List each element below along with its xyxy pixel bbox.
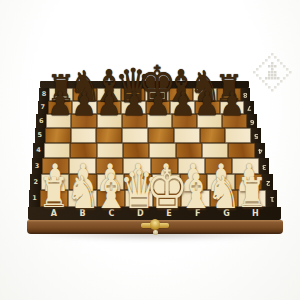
file-label-text: E xyxy=(166,210,171,218)
rank-label-text: 5 xyxy=(254,132,259,139)
square-h4 xyxy=(228,143,254,158)
board-rank-row-4: 44 xyxy=(33,143,265,158)
square-c4 xyxy=(97,143,123,158)
board-rank-row-5: 55 xyxy=(35,128,262,143)
square-c7: ♟ xyxy=(97,101,122,114)
square-c1: ♝ xyxy=(97,190,125,207)
file-label-text: A xyxy=(51,210,57,218)
rank-label-left-5: 5 xyxy=(35,128,45,143)
square-c6 xyxy=(97,114,122,128)
square-b7: ♟ xyxy=(72,101,97,114)
rank-label-text: 2 xyxy=(266,179,271,186)
square-h2: ♟ xyxy=(235,174,263,190)
file-label-text: D xyxy=(137,210,144,218)
rank-label-text: 6 xyxy=(39,118,44,125)
square-f1: ♝ xyxy=(181,190,209,207)
rank-label-right-3: 3 xyxy=(259,158,270,174)
square-a6 xyxy=(46,114,71,128)
square-b8: ♞ xyxy=(73,88,97,101)
square-e4 xyxy=(149,143,175,158)
square-g1: ♞ xyxy=(210,190,238,207)
square-a8: ♜ xyxy=(49,88,73,101)
square-g3 xyxy=(205,158,232,174)
rank-label-text: 1 xyxy=(32,195,37,202)
square-g5 xyxy=(200,128,226,143)
rank-label-text: 4 xyxy=(258,147,263,154)
square-h1: ♜ xyxy=(238,190,266,207)
board-rank-row-7: 7♟♟♟♟♟♟♟♟7 xyxy=(38,101,254,114)
square-f6 xyxy=(172,114,197,128)
rank-label-left-7: 7 xyxy=(38,101,48,114)
rank-label-text: 7 xyxy=(40,104,45,111)
rank-label-text: 1 xyxy=(270,195,275,202)
square-a1: ♜ xyxy=(40,190,68,207)
square-a3 xyxy=(42,158,69,174)
rank-label-text: 2 xyxy=(34,179,39,186)
square-h6 xyxy=(222,114,247,128)
square-h8: ♜ xyxy=(217,88,241,101)
square-c2: ♟ xyxy=(97,174,125,190)
square-c3 xyxy=(96,158,123,174)
square-a7: ♟ xyxy=(48,101,73,114)
rank-label-right-2: 2 xyxy=(262,174,273,190)
board-rank-row-1: 1♜♞♝♛♚♝♞♜1 xyxy=(29,190,278,207)
rank-label-left-1: 1 xyxy=(29,190,40,207)
rank-label-text: 3 xyxy=(35,163,40,170)
watermark-logo-icon xyxy=(252,52,294,94)
file-label-b: B xyxy=(68,207,97,220)
rank-label-text: 4 xyxy=(36,147,41,154)
rank-label-right-7: 7 xyxy=(244,101,254,114)
square-b1: ♞ xyxy=(68,190,96,207)
file-label-text: H xyxy=(252,210,259,218)
board-rank-row-3: 33 xyxy=(32,158,270,174)
square-g7: ♟ xyxy=(195,101,220,114)
square-g8: ♞ xyxy=(193,88,217,101)
rank-label-text: 8 xyxy=(243,91,248,98)
file-label-c: C xyxy=(97,207,126,220)
square-g4 xyxy=(202,143,228,158)
rank-label-text: 3 xyxy=(262,163,267,170)
file-label-g: G xyxy=(212,207,241,220)
square-d5 xyxy=(122,128,148,143)
file-label-text: G xyxy=(223,210,230,218)
square-a4 xyxy=(44,143,70,158)
square-h3 xyxy=(232,158,259,174)
square-d4 xyxy=(123,143,149,158)
square-d8: ♛ xyxy=(121,88,145,101)
rank-label-text: 8 xyxy=(42,91,47,98)
rank-label-right-6: 6 xyxy=(247,114,257,128)
board-rank-row-6: 66 xyxy=(36,114,257,128)
square-f4 xyxy=(176,143,202,158)
rank-label-text: 7 xyxy=(247,104,252,111)
rank-label-left-3: 3 xyxy=(32,158,43,174)
square-e7: ♟ xyxy=(146,101,171,114)
square-e6 xyxy=(147,114,172,128)
file-label-a: A xyxy=(39,207,68,220)
square-e3 xyxy=(151,158,178,174)
square-b3 xyxy=(69,158,96,174)
square-f3 xyxy=(178,158,205,174)
rank-label-right-4: 4 xyxy=(255,143,265,158)
file-label-text: B xyxy=(80,210,86,218)
square-c8: ♝ xyxy=(97,88,121,101)
square-a2: ♟ xyxy=(41,174,69,190)
square-f5 xyxy=(174,128,200,143)
file-label-text: F xyxy=(195,210,200,218)
square-b6 xyxy=(71,114,96,128)
square-c5 xyxy=(96,128,122,143)
square-f7: ♟ xyxy=(170,101,195,114)
file-label-h: H xyxy=(241,207,270,220)
box-front-edge xyxy=(27,220,283,234)
square-d3 xyxy=(123,158,150,174)
board-rank-row-8: 8♜♞♝♛♚♝♞♜8 xyxy=(39,88,250,101)
square-h7: ♟ xyxy=(220,101,245,114)
square-b4 xyxy=(70,143,96,158)
rank-label-right-1: 1 xyxy=(266,190,277,207)
square-e8: ♚ xyxy=(145,88,169,101)
square-b5 xyxy=(71,128,97,143)
square-d2: ♟ xyxy=(124,174,152,190)
square-d7: ♟ xyxy=(121,101,146,114)
square-e2: ♟ xyxy=(152,174,180,190)
square-h5 xyxy=(225,128,251,143)
clasp-medallion xyxy=(150,219,160,230)
file-label-text: C xyxy=(108,210,114,218)
square-d6 xyxy=(122,114,147,128)
frame-corner xyxy=(28,207,39,220)
rank-label-left-4: 4 xyxy=(33,143,43,158)
board-rank-row-2: 2♟♟♟♟♟♟♟♟2 xyxy=(30,174,273,190)
rank-label-left-2: 2 xyxy=(30,174,41,190)
square-b2: ♟ xyxy=(69,174,97,190)
square-e1: ♚ xyxy=(153,190,181,207)
square-g2: ♟ xyxy=(207,174,235,190)
square-f8: ♝ xyxy=(169,88,193,101)
rank-label-text: 5 xyxy=(38,132,43,139)
chess-set-photo: 8♜♞♝♛♚♝♞♜87♟♟♟♟♟♟♟♟7665544332♟♟♟♟♟♟♟♟21♜… xyxy=(0,0,300,300)
square-g6 xyxy=(197,114,222,128)
frame-corner xyxy=(270,207,281,220)
rank-label-left-6: 6 xyxy=(36,114,46,128)
rank-label-left-8: 8 xyxy=(39,88,48,101)
square-f2: ♟ xyxy=(180,174,208,190)
square-e5 xyxy=(148,128,174,143)
clasp-knob xyxy=(153,230,158,235)
file-label-f: F xyxy=(183,207,212,220)
square-a5 xyxy=(45,128,71,143)
rank-label-right-5: 5 xyxy=(251,128,261,143)
rank-label-right-8: 8 xyxy=(241,88,250,101)
rank-label-text: 6 xyxy=(250,118,255,125)
brass-clasp-icon xyxy=(141,218,169,235)
square-d1: ♛ xyxy=(125,190,153,207)
